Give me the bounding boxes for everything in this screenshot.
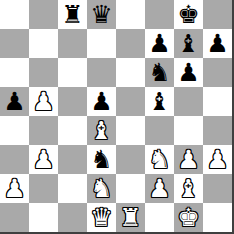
white-rook-piece[interactable]: ♜ — [119, 203, 141, 232]
square-b8[interactable] — [29, 0, 58, 29]
square-c4[interactable] — [58, 116, 87, 145]
white-bishop-piece[interactable]: ♝ — [177, 174, 199, 203]
square-g3[interactable]: ♟ — [174, 145, 203, 174]
square-h8[interactable] — [203, 0, 232, 29]
square-h6[interactable] — [203, 58, 232, 87]
square-d8[interactable]: ♛ — [87, 0, 116, 29]
square-e4[interactable] — [116, 116, 145, 145]
square-f4[interactable] — [145, 116, 174, 145]
square-g2[interactable]: ♝ — [174, 174, 203, 203]
black-bishop-piece[interactable]: ♝ — [177, 29, 199, 58]
black-bishop-piece[interactable]: ♝ — [148, 87, 170, 116]
square-h2[interactable] — [203, 174, 232, 203]
square-a3[interactable] — [0, 145, 29, 174]
square-a8[interactable] — [0, 0, 29, 29]
white-knight-piece[interactable]: ♞ — [148, 145, 170, 174]
square-d5[interactable]: ♟ — [87, 87, 116, 116]
square-c3[interactable] — [58, 145, 87, 174]
black-knight-piece[interactable]: ♞ — [90, 145, 112, 174]
square-e6[interactable] — [116, 58, 145, 87]
black-queen-piece[interactable]: ♛ — [90, 0, 112, 29]
square-e3[interactable] — [116, 145, 145, 174]
chess-diagram: ♜♛♚♟♝♟♞♟♟♟♟♝♝♟♞♞♟♟♟♞♟♝♛♜♚ — [0, 0, 234, 234]
white-bishop-piece[interactable]: ♝ — [90, 116, 112, 145]
square-c1[interactable] — [58, 203, 87, 232]
white-king-piece[interactable]: ♚ — [177, 203, 199, 232]
square-b4[interactable] — [29, 116, 58, 145]
square-d6[interactable] — [87, 58, 116, 87]
square-a4[interactable] — [0, 116, 29, 145]
square-b6[interactable] — [29, 58, 58, 87]
square-a5[interactable]: ♟ — [0, 87, 29, 116]
square-e1[interactable]: ♜ — [116, 203, 145, 232]
white-knight-piece[interactable]: ♞ — [90, 174, 112, 203]
square-g8[interactable]: ♚ — [174, 0, 203, 29]
square-b1[interactable] — [29, 203, 58, 232]
square-h1[interactable] — [203, 203, 232, 232]
square-h4[interactable] — [203, 116, 232, 145]
black-king-piece[interactable]: ♚ — [177, 0, 199, 29]
square-e8[interactable] — [116, 0, 145, 29]
square-f8[interactable] — [145, 0, 174, 29]
square-a2[interactable]: ♟ — [0, 174, 29, 203]
black-pawn-piece[interactable]: ♟ — [3, 87, 25, 116]
black-rook-piece[interactable]: ♜ — [61, 0, 83, 29]
square-f6[interactable]: ♞ — [145, 58, 174, 87]
black-pawn-piece[interactable]: ♟ — [148, 29, 170, 58]
black-pawn-piece[interactable]: ♟ — [90, 87, 112, 116]
square-d4[interactable]: ♝ — [87, 116, 116, 145]
black-pawn-piece[interactable]: ♟ — [206, 29, 228, 58]
chess-board: ♜♛♚♟♝♟♞♟♟♟♟♝♝♟♞♞♟♟♟♞♟♝♛♜♚ — [0, 0, 234, 234]
square-e2[interactable] — [116, 174, 145, 203]
white-pawn-piece[interactable]: ♟ — [32, 87, 54, 116]
white-pawn-piece[interactable]: ♟ — [3, 174, 25, 203]
square-g1[interactable]: ♚ — [174, 203, 203, 232]
square-g6[interactable]: ♟ — [174, 58, 203, 87]
white-pawn-piece[interactable]: ♟ — [148, 174, 170, 203]
square-f2[interactable]: ♟ — [145, 174, 174, 203]
square-d7[interactable] — [87, 29, 116, 58]
square-h5[interactable] — [203, 87, 232, 116]
square-d3[interactable]: ♞ — [87, 145, 116, 174]
square-a7[interactable] — [0, 29, 29, 58]
white-pawn-piece[interactable]: ♟ — [32, 145, 54, 174]
white-pawn-piece[interactable]: ♟ — [206, 145, 228, 174]
square-c7[interactable] — [58, 29, 87, 58]
square-h3[interactable]: ♟ — [203, 145, 232, 174]
square-b3[interactable]: ♟ — [29, 145, 58, 174]
square-d2[interactable]: ♞ — [87, 174, 116, 203]
square-f3[interactable]: ♞ — [145, 145, 174, 174]
square-f7[interactable]: ♟ — [145, 29, 174, 58]
square-a1[interactable] — [0, 203, 29, 232]
square-c6[interactable] — [58, 58, 87, 87]
square-h7[interactable]: ♟ — [203, 29, 232, 58]
square-c5[interactable] — [58, 87, 87, 116]
square-f1[interactable] — [145, 203, 174, 232]
square-g7[interactable]: ♝ — [174, 29, 203, 58]
black-pawn-piece[interactable]: ♟ — [177, 58, 199, 87]
square-e7[interactable] — [116, 29, 145, 58]
white-pawn-piece[interactable]: ♟ — [177, 145, 199, 174]
black-knight-piece[interactable]: ♞ — [148, 58, 170, 87]
square-e5[interactable] — [116, 87, 145, 116]
square-c2[interactable] — [58, 174, 87, 203]
square-g4[interactable] — [174, 116, 203, 145]
square-g5[interactable] — [174, 87, 203, 116]
white-queen-piece[interactable]: ♛ — [90, 203, 112, 232]
square-b7[interactable] — [29, 29, 58, 58]
square-a6[interactable] — [0, 58, 29, 87]
square-b2[interactable] — [29, 174, 58, 203]
square-c8[interactable]: ♜ — [58, 0, 87, 29]
square-d1[interactable]: ♛ — [87, 203, 116, 232]
square-f5[interactable]: ♝ — [145, 87, 174, 116]
square-b5[interactable]: ♟ — [29, 87, 58, 116]
